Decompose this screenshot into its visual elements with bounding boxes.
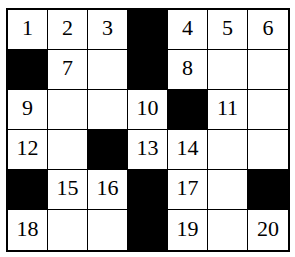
clue-number: 11 — [217, 97, 238, 119]
grid-cell[interactable]: 11 — [208, 90, 248, 130]
grid-cell[interactable] — [208, 50, 248, 90]
grid-cell[interactable] — [248, 130, 288, 170]
clue-number: 7 — [62, 57, 73, 79]
clue-number: 3 — [102, 17, 113, 39]
grid-cell[interactable]: 4 — [168, 10, 208, 50]
grid-cell[interactable]: 6 — [248, 10, 288, 50]
clue-number: 16 — [97, 177, 119, 199]
clue-number: 19 — [177, 218, 199, 240]
grid-cell[interactable]: 18 — [8, 210, 48, 250]
clue-number: 10 — [137, 97, 159, 119]
grid-cell[interactable]: 10 — [128, 90, 168, 130]
grid-cell[interactable] — [208, 170, 248, 210]
grid-cell[interactable]: 20 — [248, 210, 288, 250]
black-cell — [248, 170, 288, 210]
grid-cell[interactable] — [208, 130, 248, 170]
clue-number: 4 — [182, 17, 193, 39]
clue-number: 5 — [222, 17, 233, 39]
grid-cell[interactable]: 12 — [8, 130, 48, 170]
grid-cell[interactable] — [88, 210, 128, 250]
black-cell — [168, 90, 208, 130]
clue-number: 13 — [137, 137, 159, 159]
grid-cell[interactable]: 1 — [8, 10, 48, 50]
grid-cell[interactable] — [208, 210, 248, 250]
clue-number: 18 — [17, 218, 39, 240]
black-cell — [128, 10, 168, 50]
black-cell — [8, 170, 48, 210]
black-cell — [128, 210, 168, 250]
crossword-grid: 1234567891011121314151617181920 — [6, 8, 290, 252]
clue-number: 6 — [263, 17, 274, 39]
grid-cell[interactable] — [248, 90, 288, 130]
crossword-page: 1234567891011121314151617181920 — [0, 0, 295, 257]
clue-number: 8 — [182, 57, 193, 79]
black-cell — [88, 130, 128, 170]
grid-cell[interactable]: 16 — [88, 170, 128, 210]
clue-number: 1 — [22, 17, 33, 39]
black-cell — [128, 50, 168, 90]
clue-number: 2 — [62, 17, 73, 39]
clue-number: 15 — [57, 177, 79, 199]
grid-cell[interactable] — [48, 90, 88, 130]
grid-cell[interactable] — [48, 210, 88, 250]
grid-cell[interactable]: 8 — [168, 50, 208, 90]
clue-number: 14 — [177, 137, 199, 159]
grid-cell[interactable] — [248, 50, 288, 90]
grid-cell[interactable] — [88, 50, 128, 90]
grid-cell[interactable]: 14 — [168, 130, 208, 170]
black-cell — [128, 170, 168, 210]
grid-cell[interactable]: 7 — [48, 50, 88, 90]
grid-cell[interactable] — [48, 130, 88, 170]
grid-cell[interactable]: 9 — [8, 90, 48, 130]
grid-cell[interactable]: 5 — [208, 10, 248, 50]
grid-cell[interactable]: 19 — [168, 210, 208, 250]
grid-cell[interactable] — [88, 90, 128, 130]
grid-cell[interactable]: 17 — [168, 170, 208, 210]
grid-cell[interactable]: 3 — [88, 10, 128, 50]
grid-cell[interactable]: 15 — [48, 170, 88, 210]
black-cell — [8, 50, 48, 90]
clue-number: 12 — [17, 137, 39, 159]
grid-cell[interactable]: 2 — [48, 10, 88, 50]
clue-number: 17 — [177, 177, 199, 199]
clue-number: 9 — [22, 97, 33, 119]
clue-number: 20 — [257, 218, 279, 240]
grid-cell[interactable]: 13 — [128, 130, 168, 170]
